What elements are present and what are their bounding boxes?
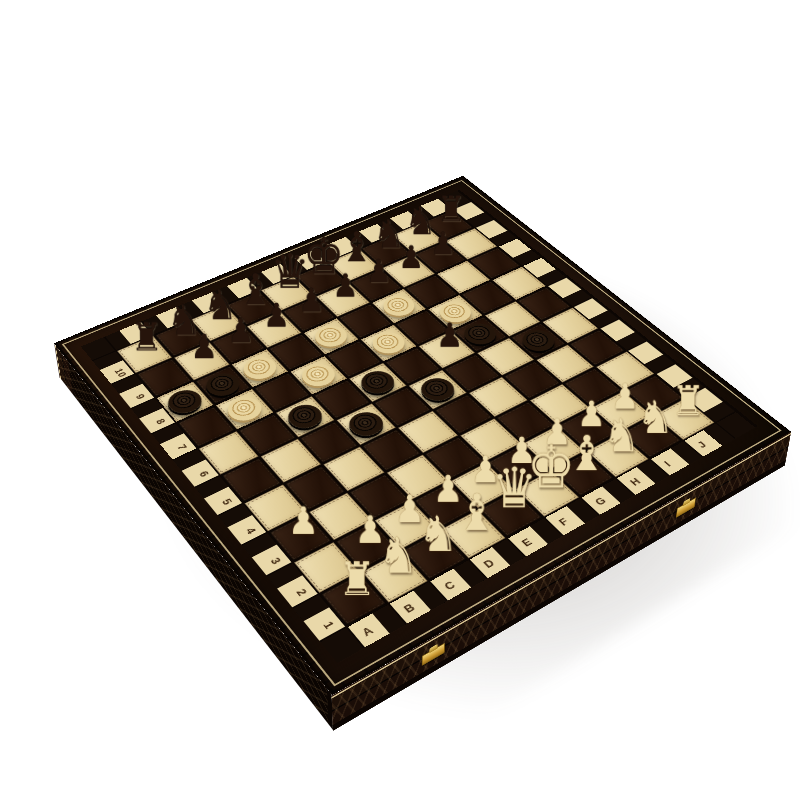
file-label-D: D	[470, 539, 525, 578]
rank-label-text: 5	[214, 497, 235, 510]
frame-ring-right	[574, 298, 618, 327]
rank-label-text: 7	[170, 442, 190, 454]
square-a1: ♜	[320, 573, 387, 626]
square-b7	[216, 389, 274, 430]
brass-clasp-right	[675, 497, 695, 518]
dark-checker-b8	[201, 369, 246, 400]
file-label-text: E	[513, 536, 535, 552]
rank-label-text: 9	[129, 392, 148, 403]
square-e7	[326, 340, 382, 378]
file-label-J: J	[684, 423, 734, 456]
rank-label-text: 10	[107, 367, 129, 381]
square-i8	[437, 261, 490, 294]
square-c4	[323, 447, 384, 491]
frame-ring-right	[548, 278, 591, 307]
rank-label-4: 4	[218, 504, 266, 544]
light-checker-e8	[309, 322, 353, 351]
file-label-text: J	[689, 439, 709, 453]
square-b6	[238, 413, 297, 455]
frame-ring-right	[499, 239, 540, 266]
dark-checker-a8	[162, 386, 207, 418]
square-j4	[569, 329, 626, 366]
square-h8	[405, 275, 458, 309]
file-label-text: B	[394, 601, 417, 619]
rank-label-text: 2	[289, 587, 311, 601]
dark-checker-i5	[516, 326, 560, 355]
rank-label-text: 4	[238, 525, 259, 538]
chess-draughts-box: 10♜♞♞♝♛♚♝♞♞♜9♟♟♟♟♟♟♟♟876♟543♟2♟♟♟♟♟♟♟♟1♜…	[54, 176, 791, 695]
square-i7	[461, 281, 515, 315]
rank-label-text: 8	[149, 417, 169, 428]
black-pawn-g6: ♟	[423, 319, 477, 352]
rank-label-2: 2	[267, 563, 317, 607]
light-checker-f7	[367, 329, 411, 358]
file-label-C: C	[430, 560, 486, 600]
white-rook-a1: ♜	[325, 556, 389, 602]
file-label-text: I	[656, 459, 674, 472]
square-f8	[338, 303, 392, 338]
board-top-face: 10♜♞♞♝♛♚♝♞♞♜9♟♟♟♟♟♟♟♟876♟543♟2♟♟♟♟♟♟♟♟1♜…	[54, 176, 791, 695]
file-label-text: F	[550, 515, 571, 531]
frame-corner	[81, 337, 115, 360]
frame-corner	[717, 412, 755, 438]
file-label-text: G	[586, 495, 608, 511]
rank-label-8: 8	[132, 399, 175, 434]
file-label-G: G	[582, 479, 634, 515]
rank-label-6: 6	[173, 449, 218, 486]
file-label-text: D	[474, 556, 497, 573]
rank-label-text: 6	[192, 469, 212, 481]
square-c6	[276, 396, 334, 437]
square-j7	[492, 267, 546, 300]
rank-label-text: 1	[315, 619, 337, 634]
frame-ring-right	[476, 220, 516, 246]
square-a8	[156, 382, 213, 422]
brass-clasp-left	[422, 643, 445, 666]
dark-checker-c6	[282, 400, 328, 432]
black-rook-a10: ♜	[119, 318, 173, 357]
black-pawn-b9: ♟	[177, 330, 231, 364]
rank-label-text: 3	[263, 555, 284, 569]
file-label-A: A	[348, 605, 406, 648]
white-pawn-a3: ♟	[272, 502, 334, 540]
product-photo: 10♜♞♞♝♛♚♝♞♞♜9♟♟♟♟♟♟♟♟876♟543♟2♟♟♟♟♟♟♟♟1♜…	[0, 0, 800, 800]
